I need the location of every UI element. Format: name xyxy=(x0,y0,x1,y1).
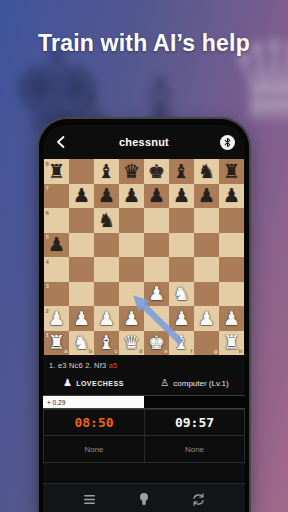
piece-black-rook: ♜ xyxy=(219,159,244,184)
square-e1[interactable]: e♚ xyxy=(144,331,169,356)
square-d6[interactable] xyxy=(119,208,144,233)
square-f2[interactable]: ♟ xyxy=(169,306,194,331)
black-clock: 09:57 xyxy=(175,415,214,430)
piece-black-pawn: ♟ xyxy=(119,184,144,209)
phone-mockup: chessnut 8♜♝♛♚♝♞♜7♟♟♟♟♟♟♟6♞5♟43♟♞2♟♟♟♟♟♟… xyxy=(37,117,251,512)
square-d8[interactable]: ♛ xyxy=(119,159,144,184)
board-container: 8♜♝♛♚♝♞♜7♟♟♟♟♟♟♟6♞5♟43♟♞2♟♟♟♟♟♟♟1a♜b♞c♝d… xyxy=(44,159,244,355)
app-title: chessnut xyxy=(43,136,245,148)
square-f1[interactable]: f♝ xyxy=(169,331,194,356)
player-black-name: computer (Lv.1) xyxy=(173,379,228,388)
piece-black-pawn: ♟ xyxy=(94,184,119,209)
piece-white-bishop: ♝ xyxy=(94,331,119,356)
square-f6[interactable] xyxy=(169,208,194,233)
flip-board-icon xyxy=(191,493,206,506)
extras-row: None None xyxy=(43,435,245,463)
square-a1[interactable]: 1a♜ xyxy=(44,331,69,356)
square-d3[interactable] xyxy=(119,282,144,307)
square-d7[interactable]: ♟ xyxy=(119,184,144,209)
piece-black-rook: ♜ xyxy=(44,159,69,184)
square-h2[interactable]: ♟ xyxy=(219,306,244,331)
square-a2[interactable]: 2♟ xyxy=(44,306,69,331)
square-h6[interactable] xyxy=(219,208,244,233)
square-f8[interactable]: ♝ xyxy=(169,159,194,184)
square-b2[interactable]: ♟ xyxy=(69,306,94,331)
piece-black-queen: ♛ xyxy=(119,159,144,184)
piece-white-rook: ♜ xyxy=(44,331,69,356)
square-d1[interactable]: d♛ xyxy=(119,331,144,356)
piece-white-pawn: ♟ xyxy=(119,306,144,331)
piece-black-pawn: ♟ xyxy=(194,184,219,209)
piece-white-bishop: ♝ xyxy=(169,331,194,356)
square-g3[interactable] xyxy=(194,282,219,307)
white-clock-cell: 08:50 xyxy=(43,409,144,435)
piece-black-knight: ♞ xyxy=(94,208,119,233)
square-b6[interactable] xyxy=(69,208,94,233)
square-c2[interactable]: ♟ xyxy=(94,306,119,331)
square-d5[interactable] xyxy=(119,233,144,258)
square-g7[interactable]: ♟ xyxy=(194,184,219,209)
square-d2[interactable]: ♟ xyxy=(119,306,144,331)
square-a8[interactable]: 8♜ xyxy=(44,159,69,184)
piece-white-king: ♚ xyxy=(144,331,169,356)
square-e3[interactable]: ♟ xyxy=(144,282,169,307)
piece-black-pawn: ♟ xyxy=(144,184,169,209)
clocks-row: 08:50 09:57 xyxy=(43,409,245,435)
square-g2[interactable]: ♟ xyxy=(194,306,219,331)
square-e4[interactable] xyxy=(144,257,169,282)
player-white: ♟ LOVECHESS xyxy=(43,378,144,388)
back-arrow-icon xyxy=(55,135,67,149)
square-b8[interactable] xyxy=(69,159,94,184)
piece-white-rook: ♜ xyxy=(219,331,244,356)
move-current[interactable]: a5 xyxy=(109,361,118,370)
piece-black-bishop: ♝ xyxy=(94,159,119,184)
evaluation-bar: + 0.29 xyxy=(43,395,245,409)
square-c8[interactable]: ♝ xyxy=(94,159,119,184)
white-pawn-icon: ♟ xyxy=(63,378,72,388)
square-a6[interactable]: 6 xyxy=(44,208,69,233)
evaluation-score: + 0.29 xyxy=(43,399,65,406)
square-c7[interactable]: ♟ xyxy=(94,184,119,209)
player-white-name: LOVECHESS xyxy=(76,380,124,387)
square-h4[interactable] xyxy=(219,257,244,282)
piece-white-pawn: ♟ xyxy=(94,306,119,331)
white-clock: 08:50 xyxy=(74,415,113,430)
piece-white-knight: ♞ xyxy=(69,331,94,356)
square-g6[interactable] xyxy=(194,208,219,233)
square-f7[interactable]: ♟ xyxy=(169,184,194,209)
app-header: chessnut xyxy=(43,125,245,159)
black-pawn-icon: ♙ xyxy=(160,378,169,388)
bluetooth-icon xyxy=(220,135,235,150)
flip-board-button[interactable] xyxy=(191,491,207,507)
hero-title: Train with AI’s help xyxy=(0,30,288,57)
square-f3[interactable]: ♞ xyxy=(169,282,194,307)
piece-black-pawn: ♟ xyxy=(69,184,94,209)
square-a7[interactable]: 7 xyxy=(44,184,69,209)
bluetooth-button[interactable] xyxy=(218,133,236,151)
square-b3[interactable] xyxy=(69,282,94,307)
piece-white-pawn: ♟ xyxy=(219,306,244,331)
white-extra-value: None xyxy=(84,445,103,454)
square-h7[interactable]: ♟ xyxy=(219,184,244,209)
square-h3[interactable] xyxy=(219,282,244,307)
rank-label: 3 xyxy=(46,283,49,289)
piece-black-knight: ♞ xyxy=(194,159,219,184)
square-b1[interactable]: b♞ xyxy=(69,331,94,356)
player-black: ♙ computer (Lv.1) xyxy=(144,378,245,388)
piece-white-pawn: ♟ xyxy=(44,306,69,331)
back-button[interactable] xyxy=(52,133,70,151)
bottom-navbar xyxy=(43,483,245,512)
square-c3[interactable] xyxy=(94,282,119,307)
piece-white-pawn: ♟ xyxy=(144,282,169,307)
hint-button[interactable] xyxy=(136,491,152,507)
players-row: ♟ LOVECHESS ♙ computer (Lv.1) xyxy=(43,378,245,388)
square-b5[interactable] xyxy=(69,233,94,258)
menu-button[interactable] xyxy=(82,491,98,507)
square-h8[interactable]: ♜ xyxy=(219,159,244,184)
square-e5[interactable] xyxy=(144,233,169,258)
piece-white-pawn: ♟ xyxy=(194,306,219,331)
square-c5[interactable] xyxy=(94,233,119,258)
piece-black-pawn: ♟ xyxy=(44,233,69,258)
black-clock-cell: 09:57 xyxy=(144,409,245,435)
evaluation-white-side: + 0.29 xyxy=(43,396,144,408)
white-extra-cell: None xyxy=(43,435,144,463)
square-g5[interactable] xyxy=(194,233,219,258)
piece-white-pawn: ♟ xyxy=(69,306,94,331)
square-c4[interactable] xyxy=(94,257,119,282)
square-f5[interactable] xyxy=(169,233,194,258)
black-extra-cell: None xyxy=(144,435,245,463)
piece-black-pawn: ♟ xyxy=(219,184,244,209)
square-c6[interactable]: ♞ xyxy=(94,208,119,233)
square-h1[interactable]: h♜ xyxy=(219,331,244,356)
square-a4[interactable]: 4 xyxy=(44,257,69,282)
menu-icon xyxy=(83,494,96,505)
piece-white-pawn: ♟ xyxy=(169,306,194,331)
square-b7[interactable]: ♟ xyxy=(69,184,94,209)
square-e8[interactable]: ♚ xyxy=(144,159,169,184)
square-b4[interactable] xyxy=(69,257,94,282)
square-c1[interactable]: c♝ xyxy=(94,331,119,356)
chess-board[interactable]: 8♜♝♛♚♝♞♜7♟♟♟♟♟♟♟6♞5♟43♟♞2♟♟♟♟♟♟♟1a♜b♞c♝d… xyxy=(44,159,244,355)
piece-white-queen: ♛ xyxy=(119,331,144,356)
square-g1[interactable]: g xyxy=(194,331,219,356)
square-a5[interactable]: 5♟ xyxy=(44,233,69,258)
square-d4[interactable] xyxy=(119,257,144,282)
evaluation-black-side xyxy=(144,396,245,408)
move-list: 1. e3 Nc6 2. Nf3 a5 xyxy=(43,361,245,370)
app-screen: chessnut 8♜♝♛♚♝♞♜7♟♟♟♟♟♟♟6♞5♟43♟♞2♟♟♟♟♟♟… xyxy=(43,125,245,512)
rank-label: 7 xyxy=(46,185,49,191)
square-e6[interactable] xyxy=(144,208,169,233)
promo-canvas: ♚ ♝ ♛ ♟ Train with AI’s help chessnut xyxy=(0,0,288,512)
square-f4[interactable] xyxy=(169,257,194,282)
rank-label: 4 xyxy=(46,259,49,265)
rank-label: 6 xyxy=(46,210,49,216)
piece-black-king: ♚ xyxy=(144,159,169,184)
hint-bulb-icon xyxy=(138,492,150,507)
square-e7[interactable]: ♟ xyxy=(144,184,169,209)
black-extra-value: None xyxy=(185,445,204,454)
square-g4[interactable] xyxy=(194,257,219,282)
moves-past[interactable]: 1. e3 Nc6 2. Nf3 xyxy=(49,361,109,370)
square-g8[interactable]: ♞ xyxy=(194,159,219,184)
piece-black-pawn: ♟ xyxy=(169,184,194,209)
piece-black-bishop: ♝ xyxy=(169,159,194,184)
piece-white-knight: ♞ xyxy=(169,282,194,307)
square-a3[interactable]: 3 xyxy=(44,282,69,307)
square-e2[interactable] xyxy=(144,306,169,331)
file-label: g xyxy=(214,348,218,354)
square-h5[interactable] xyxy=(219,233,244,258)
